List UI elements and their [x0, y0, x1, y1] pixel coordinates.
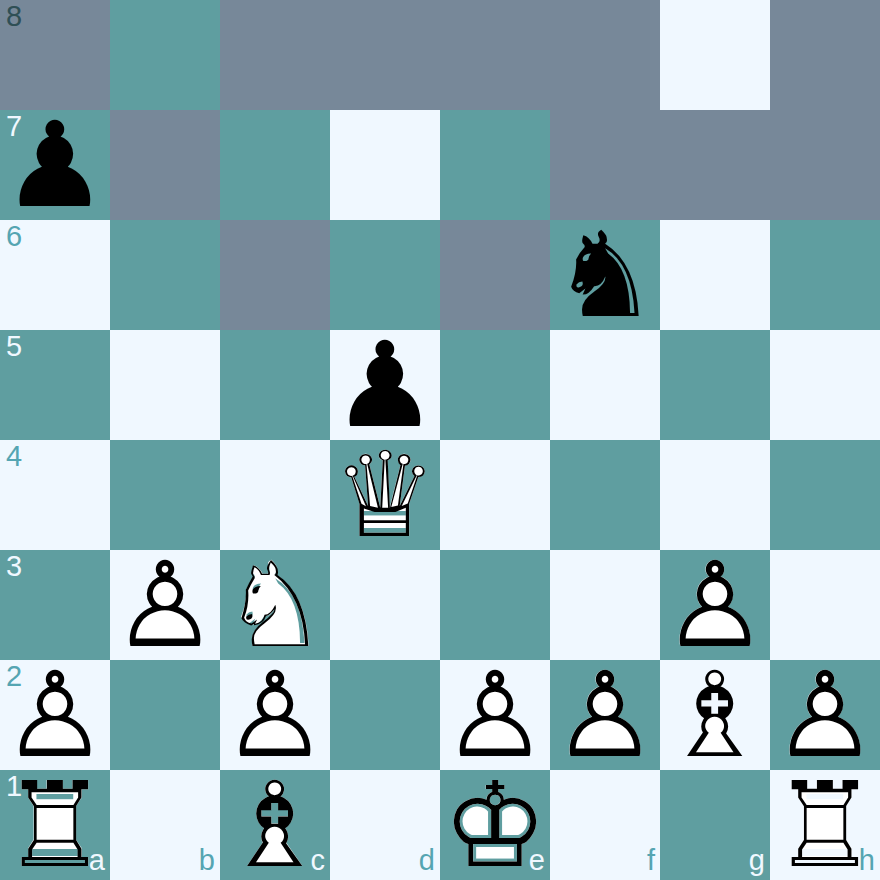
white-pawn-outline-icon: ♙ [220, 660, 330, 770]
square-b1[interactable]: b [110, 770, 220, 880]
black-pawn-piece[interactable]: ♟︎ [330, 330, 440, 440]
file-label-f: f [647, 846, 655, 875]
square-d6[interactable] [330, 220, 440, 330]
square-f7[interactable] [550, 110, 660, 220]
square-h1[interactable]: ♜︎♖h [770, 770, 880, 880]
square-d7[interactable] [330, 110, 440, 220]
square-a3[interactable]: 3 [0, 550, 110, 660]
file-label-b: b [199, 846, 215, 875]
square-f5[interactable] [550, 330, 660, 440]
square-g6[interactable] [660, 220, 770, 330]
square-d3[interactable] [330, 550, 440, 660]
square-a4[interactable]: 4 [0, 440, 110, 550]
square-b8[interactable] [110, 0, 220, 110]
white-queen-fill-icon: ♛︎ [330, 440, 440, 550]
square-e4[interactable] [440, 440, 550, 550]
white-pawn-piece[interactable]: ♟︎♙ [550, 660, 660, 770]
square-d5[interactable]: ♟︎ [330, 330, 440, 440]
square-g5[interactable] [660, 330, 770, 440]
white-queen-piece[interactable]: ♛︎♕ [330, 440, 440, 550]
square-c6[interactable] [220, 220, 330, 330]
square-d2[interactable] [330, 660, 440, 770]
square-a8[interactable]: 8 [0, 0, 110, 110]
black-pawn-icon: ♟︎ [330, 330, 440, 440]
square-f2[interactable]: ♟︎♙ [550, 660, 660, 770]
black-knight-icon: ♞︎ [550, 220, 660, 330]
white-knight-fill-icon: ♞︎ [220, 550, 330, 660]
square-g3[interactable]: ♟︎♙ [660, 550, 770, 660]
square-g7[interactable] [660, 110, 770, 220]
square-b4[interactable] [110, 440, 220, 550]
file-label-g: g [749, 846, 765, 875]
square-h8[interactable] [770, 0, 880, 110]
file-label-c: c [311, 846, 326, 875]
white-pawn-fill-icon: ♟︎ [110, 550, 220, 660]
white-pawn-piece[interactable]: ♟︎♙ [660, 550, 770, 660]
square-b5[interactable] [110, 330, 220, 440]
chess-board: 8♟︎76♞︎5♟︎4♛︎♕3♟︎♙♞︎♘♟︎♙♟︎♙2♟︎♙♟︎♙♟︎♙♝︎♗… [0, 0, 880, 880]
square-e5[interactable] [440, 330, 550, 440]
white-bishop-piece[interactable]: ♝︎♗ [660, 660, 770, 770]
white-pawn-fill-icon: ♟︎ [440, 660, 550, 770]
black-knight-piece[interactable]: ♞︎ [550, 220, 660, 330]
square-e6[interactable] [440, 220, 550, 330]
square-b6[interactable] [110, 220, 220, 330]
white-pawn-outline-icon: ♙ [550, 660, 660, 770]
square-a1[interactable]: ♜︎♖1a [0, 770, 110, 880]
white-bishop-outline-icon: ♗ [660, 660, 770, 770]
square-e3[interactable] [440, 550, 550, 660]
square-e1[interactable]: ♚︎♔e [440, 770, 550, 880]
white-pawn-piece[interactable]: ♟︎♙ [220, 660, 330, 770]
square-f8[interactable] [550, 0, 660, 110]
square-f6[interactable]: ♞︎ [550, 220, 660, 330]
square-h4[interactable] [770, 440, 880, 550]
square-h5[interactable] [770, 330, 880, 440]
square-c8[interactable] [220, 0, 330, 110]
white-bishop-fill-icon: ♝︎ [660, 660, 770, 770]
square-b3[interactable]: ♟︎♙ [110, 550, 220, 660]
square-d1[interactable]: d [330, 770, 440, 880]
square-b2[interactable] [110, 660, 220, 770]
white-knight-piece[interactable]: ♞︎♘ [220, 550, 330, 660]
square-d8[interactable] [330, 0, 440, 110]
rank-label-2: 2 [6, 662, 22, 691]
square-e7[interactable] [440, 110, 550, 220]
white-pawn-outline-icon: ♙ [660, 550, 770, 660]
rank-label-4: 4 [6, 442, 22, 471]
square-g1[interactable]: g [660, 770, 770, 880]
white-pawn-fill-icon: ♟︎ [220, 660, 330, 770]
white-pawn-piece[interactable]: ♟︎♙ [110, 550, 220, 660]
rank-label-3: 3 [6, 552, 22, 581]
square-c2[interactable]: ♟︎♙ [220, 660, 330, 770]
square-a5[interactable]: 5 [0, 330, 110, 440]
square-h7[interactable] [770, 110, 880, 220]
white-pawn-piece[interactable]: ♟︎♙ [440, 660, 550, 770]
file-label-h: h [859, 846, 875, 875]
white-pawn-outline-icon: ♙ [770, 660, 880, 770]
square-f4[interactable] [550, 440, 660, 550]
square-a6[interactable]: 6 [0, 220, 110, 330]
white-pawn-fill-icon: ♟︎ [770, 660, 880, 770]
square-g8[interactable] [660, 0, 770, 110]
square-e8[interactable] [440, 0, 550, 110]
white-pawn-fill-icon: ♟︎ [550, 660, 660, 770]
square-g4[interactable] [660, 440, 770, 550]
square-c1[interactable]: ♝︎♗c [220, 770, 330, 880]
square-e2[interactable]: ♟︎♙ [440, 660, 550, 770]
square-c4[interactable] [220, 440, 330, 550]
white-pawn-outline-icon: ♙ [110, 550, 220, 660]
square-f1[interactable]: f [550, 770, 660, 880]
rank-label-7: 7 [6, 112, 22, 141]
square-c3[interactable]: ♞︎♘ [220, 550, 330, 660]
rank-label-8: 8 [6, 2, 22, 31]
square-h6[interactable] [770, 220, 880, 330]
square-c5[interactable] [220, 330, 330, 440]
white-pawn-fill-icon: ♟︎ [660, 550, 770, 660]
rank-label-5: 5 [6, 332, 22, 361]
file-label-d: d [419, 846, 435, 875]
square-f3[interactable] [550, 550, 660, 660]
rank-label-6: 6 [6, 222, 22, 251]
square-h3[interactable] [770, 550, 880, 660]
square-g2[interactable]: ♝︎♗ [660, 660, 770, 770]
file-label-a: a [89, 846, 105, 875]
square-d4[interactable]: ♛︎♕ [330, 440, 440, 550]
square-b7[interactable] [110, 110, 220, 220]
square-c7[interactable] [220, 110, 330, 220]
white-queen-outline-icon: ♕ [330, 440, 440, 550]
file-label-e: e [529, 846, 545, 875]
square-h2[interactable]: ♟︎♙ [770, 660, 880, 770]
rank-label-1: 1 [6, 772, 22, 801]
square-a2[interactable]: ♟︎♙2 [0, 660, 110, 770]
white-pawn-piece[interactable]: ♟︎♙ [770, 660, 880, 770]
white-knight-outline-icon: ♘ [220, 550, 330, 660]
square-a7[interactable]: ♟︎7 [0, 110, 110, 220]
white-pawn-outline-icon: ♙ [440, 660, 550, 770]
